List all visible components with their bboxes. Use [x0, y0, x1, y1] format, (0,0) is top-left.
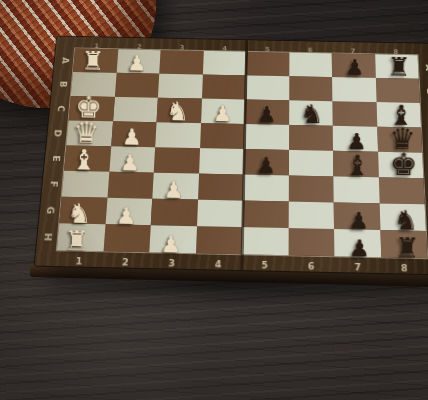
- piece-black-knight-c6[interactable]: ♞: [300, 101, 324, 128]
- square-h4[interactable]: [195, 226, 242, 254]
- square-d5[interactable]: [244, 124, 289, 150]
- piece-white-pawn-g2[interactable]: ♟: [116, 205, 137, 228]
- piece-black-rook-a8[interactable]: ♜: [387, 54, 410, 80]
- square-c5[interactable]: ♟: [245, 99, 289, 124]
- piece-black-pawn-c5[interactable]: ♟: [257, 104, 277, 126]
- square-c2[interactable]: [113, 97, 158, 122]
- piece-white-pawn-f3[interactable]: ♟: [164, 179, 185, 202]
- chess-board[interactable]: 12345678 12345678 ABCDEFGH ABCDEFGH ♜♟♟♜…: [35, 36, 428, 274]
- square-b2[interactable]: [114, 73, 159, 98]
- square-d4[interactable]: [200, 123, 245, 149]
- square-b3[interactable]: [158, 74, 203, 99]
- square-b4[interactable]: [201, 75, 245, 100]
- square-f3[interactable]: ♟: [152, 173, 198, 200]
- square-e2[interactable]: ♟: [109, 146, 155, 172]
- square-h8[interactable]: ♜: [380, 230, 427, 258]
- piece-white-pawn-d2[interactable]: ♟: [121, 126, 141, 149]
- square-f6[interactable]: [288, 175, 333, 202]
- piece-white-pawn-e2[interactable]: ♟: [119, 152, 140, 175]
- rank-label-6: 6: [288, 253, 335, 274]
- piece-white-pawn-c4[interactable]: ♟: [212, 103, 232, 125]
- piece-black-pawn-a7[interactable]: ♟: [345, 57, 365, 79]
- file-label-d: D: [53, 120, 63, 145]
- square-g6[interactable]: [288, 201, 334, 229]
- piece-white-pawn-a2[interactable]: ♟: [127, 53, 147, 75]
- file-label-f: F: [48, 171, 57, 197]
- piece-black-pawn-g7[interactable]: ♟: [348, 210, 369, 233]
- file-label-c: C: [55, 96, 64, 121]
- piece-white-rook-a1[interactable]: ♜: [82, 48, 105, 74]
- board-grid: ♜♟♟♜♚♞♟♟♞♝♛♟♟♛♝♟♟♝♚♟♞♟♟♞♜♟♟♜: [57, 48, 427, 258]
- piece-black-knight-g8[interactable]: ♞: [393, 206, 418, 234]
- square-a6[interactable]: [289, 53, 332, 77]
- square-e6[interactable]: [288, 150, 333, 176]
- piece-white-knight-g1[interactable]: ♞: [67, 200, 92, 228]
- square-c3[interactable]: ♞: [157, 98, 202, 123]
- square-h1[interactable]: ♜: [57, 223, 105, 251]
- file-label-right-a: A: [424, 55, 428, 79]
- square-c4[interactable]: ♟: [201, 99, 246, 124]
- piece-black-pawn-e5[interactable]: ♟: [256, 155, 277, 178]
- square-b5[interactable]: [245, 75, 289, 100]
- square-g7[interactable]: ♟: [334, 202, 380, 230]
- square-a4[interactable]: [202, 51, 246, 75]
- square-c7[interactable]: [332, 101, 376, 126]
- square-g2[interactable]: ♟: [105, 198, 152, 225]
- square-e3[interactable]: [154, 147, 200, 173]
- square-e8[interactable]: ♚: [378, 152, 424, 178]
- file-label-a: A: [60, 48, 69, 72]
- square-e1[interactable]: ♝: [64, 145, 111, 171]
- piece-white-knight-c3[interactable]: ♞: [166, 98, 190, 125]
- piece-white-rook-h1[interactable]: ♜: [65, 227, 90, 255]
- piece-white-bishop-e1[interactable]: ♝: [72, 146, 97, 174]
- piece-black-pawn-h7[interactable]: ♟: [349, 237, 370, 261]
- file-label-g: G: [45, 196, 55, 223]
- photo-scene: 12345678 12345678 ABCDEFGH ABCDEFGH ♜♟♟♜…: [0, 0, 428, 400]
- rank-label-4: 4: [195, 251, 242, 272]
- square-a8[interactable]: ♜: [375, 54, 419, 79]
- square-h5[interactable]: [242, 227, 288, 255]
- square-b6[interactable]: [289, 76, 333, 101]
- square-c6[interactable]: ♞: [289, 100, 333, 125]
- square-h3[interactable]: ♟: [149, 225, 196, 253]
- file-label-h: H: [43, 223, 53, 250]
- piece-black-king-e8[interactable]: ♚: [389, 149, 417, 180]
- square-a2[interactable]: ♟: [116, 49, 160, 73]
- square-g8[interactable]: ♞: [379, 203, 426, 231]
- board-frame: 12345678 12345678 ABCDEFGH ABCDEFGH ♜♟♟♜…: [35, 36, 428, 274]
- square-d1[interactable]: ♛: [66, 120, 112, 146]
- square-d2[interactable]: ♟: [111, 121, 157, 147]
- square-d7[interactable]: ♟: [333, 126, 378, 152]
- piece-black-rook-h8[interactable]: ♜: [394, 234, 419, 262]
- rank-label-5: 5: [241, 252, 288, 273]
- board-shadow: [14, 281, 428, 303]
- square-e5[interactable]: ♟: [243, 149, 288, 175]
- square-g4[interactable]: [197, 200, 243, 227]
- file-label-e: E: [51, 145, 60, 171]
- square-e4[interactable]: [199, 148, 244, 174]
- square-g5[interactable]: [242, 201, 288, 229]
- square-e7[interactable]: ♝: [333, 151, 378, 177]
- square-f4[interactable]: [198, 174, 244, 201]
- square-g1[interactable]: ♞: [59, 197, 107, 224]
- square-a7[interactable]: ♟: [332, 53, 376, 78]
- square-f2[interactable]: [107, 172, 154, 199]
- piece-white-pawn-h3[interactable]: ♟: [161, 233, 182, 257]
- file-label-b: B: [58, 72, 67, 96]
- square-a1[interactable]: ♜: [73, 48, 118, 72]
- square-f5[interactable]: [243, 175, 288, 202]
- square-b7[interactable]: [332, 77, 376, 102]
- square-a5[interactable]: [246, 52, 289, 76]
- square-a3[interactable]: [159, 50, 203, 74]
- square-h6[interactable]: [288, 228, 334, 256]
- piece-black-bishop-e7[interactable]: ♝: [345, 151, 370, 179]
- rank-label-2: 2: [102, 249, 150, 270]
